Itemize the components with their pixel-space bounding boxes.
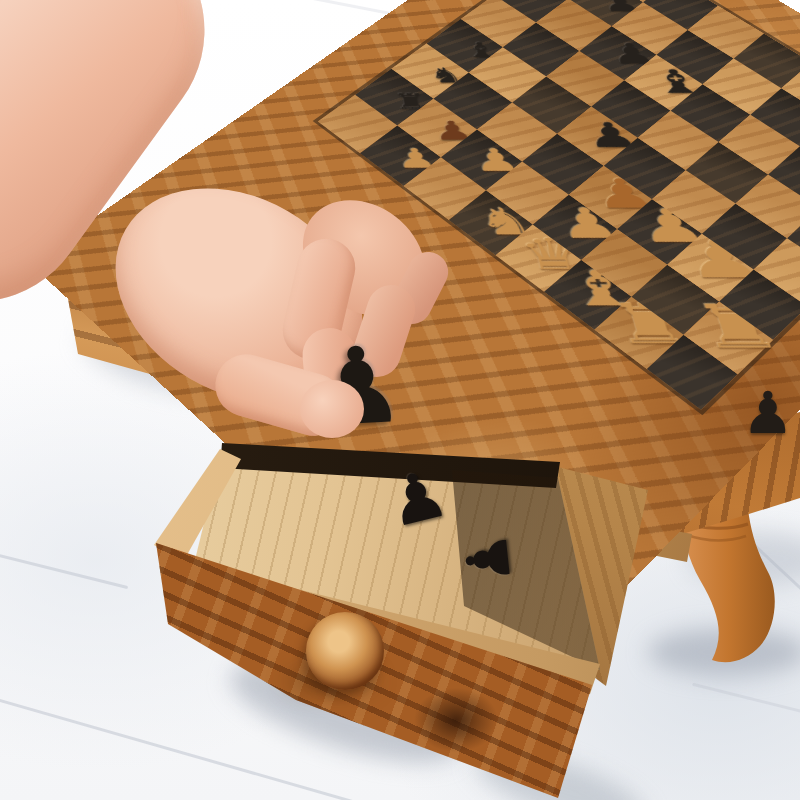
black-pawn: ♟	[598, 0, 642, 14]
drawer-knob	[306, 612, 384, 690]
thumb-tip	[300, 380, 364, 438]
black-pawn: ♟	[581, 118, 643, 152]
white-rook: ♜	[605, 297, 698, 353]
black-pawn-board-edge: ♟	[742, 384, 794, 442]
white-pawn: ♟	[470, 145, 524, 176]
black-knight: ♞	[427, 65, 464, 86]
black-bishop: ♝	[462, 40, 499, 60]
black-pawn: ♟	[430, 117, 475, 143]
captured-black-pawn: ♟	[456, 530, 519, 588]
black-rook: ♜	[392, 91, 429, 113]
square-a1	[647, 335, 738, 410]
white-pawn: ♟	[394, 145, 439, 172]
photo-scene: ♜♞♝♚♟♟♟♟♟♟♞♟♝♛♟♟♝♟♜♟♜ ♟ ♟ ♟ ♟	[0, 0, 800, 800]
